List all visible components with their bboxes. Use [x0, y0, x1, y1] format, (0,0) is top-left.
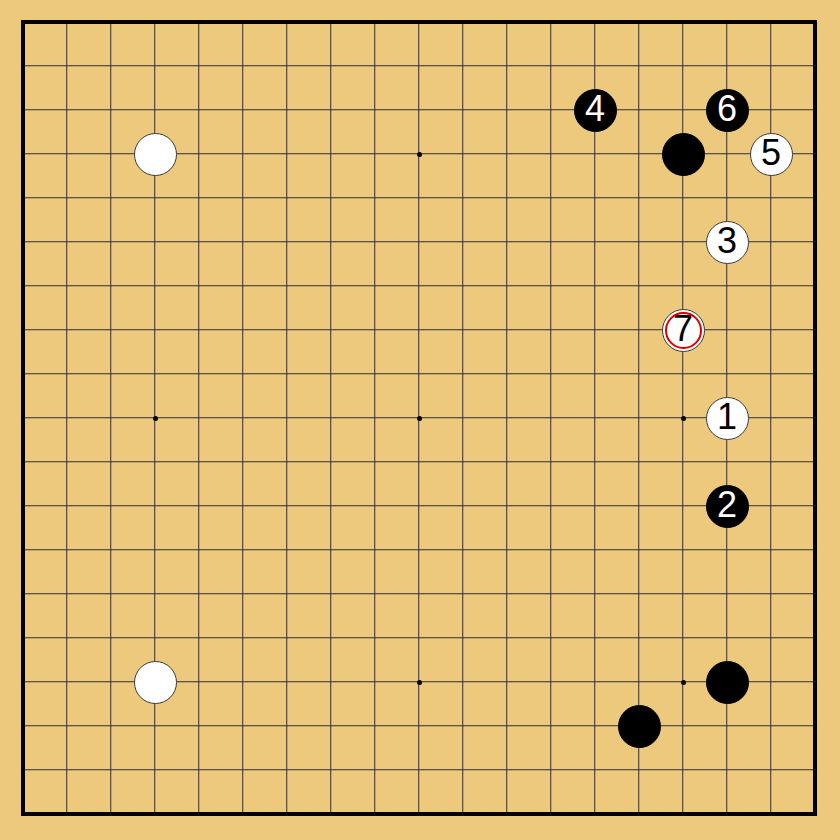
stone-white-move-1: 1 [706, 397, 749, 440]
move-number-label: 4 [585, 91, 605, 129]
star-point [417, 416, 422, 421]
star-point [681, 680, 686, 685]
stone-black-move-4: 4 [574, 89, 617, 132]
move-number-label: 7 [673, 311, 693, 349]
stone-black-move-2: 2 [706, 485, 749, 528]
move-number-label: 1 [717, 399, 737, 437]
move-number-label: 6 [717, 91, 737, 129]
star-point [417, 680, 422, 685]
stone-white [134, 661, 177, 704]
stone-black-move-6: 6 [706, 89, 749, 132]
move-number-label: 3 [717, 223, 737, 261]
star-point [153, 416, 158, 421]
star-point [681, 416, 686, 421]
move-number-label: 5 [761, 135, 781, 173]
stone-white-move-7: 7 [662, 309, 705, 352]
stone-white-move-5: 5 [750, 133, 793, 176]
stone-black [706, 661, 749, 704]
stone-black [618, 705, 661, 748]
stone-black [662, 133, 705, 176]
stone-white-move-3: 3 [706, 221, 749, 264]
star-point [417, 152, 422, 157]
board-grid: 4653712 [1, 0, 837, 836]
move-number-label: 2 [717, 487, 737, 525]
go-board: 4653712 [0, 0, 840, 840]
stone-white [134, 133, 177, 176]
